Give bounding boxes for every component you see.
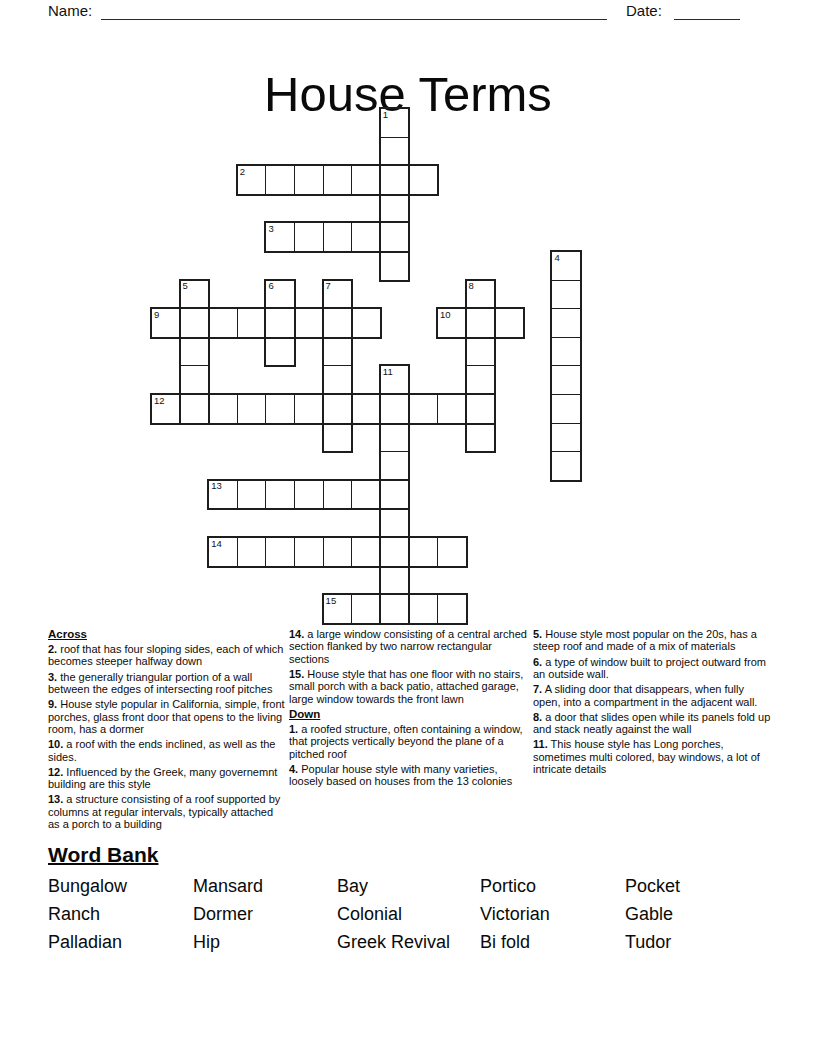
clue-across-3: 3. the generally triangular portion of a…	[48, 671, 286, 696]
clue-column-2: 14. a large window consisting of a centr…	[289, 628, 531, 791]
cell-r12-c8[interactable]	[381, 451, 409, 480]
cell-r10-c6[interactable]	[323, 395, 352, 423]
word-bank-item: Bi fold	[480, 928, 625, 956]
cell-r17-c8[interactable]	[380, 595, 409, 623]
cell-r15-c5[interactable]	[294, 538, 323, 566]
clue-across-2: 2. roof that has four sloping sides, eac…	[48, 643, 286, 668]
clue-down-5: 5. House style most popular on the 20s, …	[533, 628, 771, 653]
cell-r7-c4[interactable]	[265, 309, 294, 337]
clue-across-10: 10. a roof with the ends inclined, as we…	[48, 738, 286, 763]
cell-r5-c14[interactable]: 4	[552, 252, 580, 280]
clue-across-15: 15. House style that has one floor with …	[289, 668, 531, 705]
clue-down-4: 4. Popular house style with many varieti…	[289, 763, 531, 788]
cell-r7-c0[interactable]: 9	[152, 309, 180, 337]
cell-r0-c8[interactable]: 1	[381, 109, 409, 137]
cell-r10-c3[interactable]	[237, 395, 266, 423]
entry-15-across: 15	[322, 593, 468, 625]
clue-number-label: 6.	[533, 656, 542, 668]
clue-number-label: 2.	[48, 643, 57, 655]
clue-down-8: 8. a door that slides open while its pan…	[533, 711, 771, 736]
clue-down-7: 7. A sliding door that disappears, when …	[533, 683, 771, 708]
word-bank-item: Gable	[625, 900, 743, 928]
cell-r2-c8[interactable]	[380, 166, 409, 194]
cell-r13-c6[interactable]	[323, 481, 352, 509]
cell-r7-c7[interactable]	[351, 309, 380, 337]
clue-across-14: 14. a large window consisting of a centr…	[289, 628, 531, 665]
word-bank-item: Hip	[193, 928, 337, 956]
clue-number-3: 3	[268, 224, 273, 234]
cell-r2-c3[interactable]: 2	[238, 166, 266, 194]
cell-r3-c8[interactable]	[381, 194, 409, 223]
cell-r2-c9[interactable]	[408, 166, 437, 194]
clue-across-12: 12. Influenced by the Greek, many govern…	[48, 766, 286, 791]
cell-r17-c10[interactable]	[437, 595, 466, 623]
clue-down-1: 1. a roofed structure, often containing …	[289, 723, 531, 760]
cell-r9-c11[interactable]	[467, 365, 495, 394]
cell-r15-c2[interactable]: 14	[209, 538, 237, 566]
cell-r10-c4[interactable]	[265, 395, 294, 423]
cell-r6-c14[interactable]	[552, 280, 580, 309]
cell-r2-c4[interactable]	[265, 166, 294, 194]
entry-10-across: 10	[436, 307, 525, 339]
cell-r4-c8[interactable]	[380, 223, 409, 251]
cell-r7-c10[interactable]: 10	[438, 309, 466, 337]
clue-down-6: 6. a type of window built to project out…	[533, 656, 771, 681]
cell-r10-c10[interactable]	[437, 395, 466, 423]
clue-number-14: 14	[211, 539, 222, 549]
entry-3-across: 3	[264, 221, 410, 253]
word-bank-item: Greek Revival	[337, 928, 480, 956]
cell-r8-c11[interactable]	[467, 337, 495, 366]
cell-r16-c8[interactable]	[381, 566, 409, 595]
clue-number-label: 12.	[48, 766, 63, 778]
cell-r14-c8[interactable]	[381, 508, 409, 537]
clue-number-label: 14.	[289, 628, 304, 640]
clue-number-label: 10.	[48, 738, 63, 750]
clue-number-2: 2	[240, 167, 245, 177]
cell-r17-c6[interactable]: 15	[324, 595, 352, 623]
cell-r17-c9[interactable]	[408, 595, 437, 623]
cell-r4-c5[interactable]	[294, 223, 323, 251]
cell-r1-c8[interactable]	[381, 137, 409, 166]
entry-12-across: 12	[150, 393, 496, 425]
word-bank-item: Mansard	[193, 872, 337, 900]
clue-number-15: 15	[326, 596, 337, 606]
cell-r11-c11[interactable]	[467, 423, 495, 452]
word-bank-item: Ranch	[48, 900, 193, 928]
cell-r7-c6[interactable]	[323, 309, 352, 337]
clue-number-8: 8	[469, 281, 474, 291]
entry-8-down: 8	[465, 279, 497, 454]
cell-r2-c7[interactable]	[351, 166, 380, 194]
cell-r17-c7[interactable]	[351, 595, 380, 623]
word-bank-item: Bungalow	[48, 872, 193, 900]
clue-number-label: 4.	[289, 763, 298, 775]
word-bank-item: Portico	[480, 872, 625, 900]
cell-r8-c14[interactable]	[552, 337, 580, 366]
cell-r7-c14[interactable]	[552, 308, 580, 337]
cell-r15-c9[interactable]	[408, 538, 437, 566]
clue-number-9: 9	[154, 310, 159, 320]
cell-r9-c8[interactable]: 11	[381, 366, 409, 394]
cell-r7-c12[interactable]	[494, 309, 523, 337]
cell-r13-c4[interactable]	[265, 481, 294, 509]
cell-r13-c8[interactable]	[380, 481, 409, 509]
cell-r10-c14[interactable]	[552, 394, 580, 423]
cell-r5-c8[interactable]	[381, 251, 409, 280]
cell-r15-c8[interactable]	[380, 538, 409, 566]
cell-r2-c6[interactable]	[323, 166, 352, 194]
clue-down-11: 11. This house style has Long porches, s…	[533, 738, 771, 775]
cell-r6-c11[interactable]: 8	[467, 281, 495, 309]
word-bank-item: Colonial	[337, 900, 480, 928]
cell-r2-c5[interactable]	[294, 166, 323, 194]
clue-number-label: 1.	[289, 723, 298, 735]
cell-r15-c7[interactable]	[351, 538, 380, 566]
cell-r13-c2[interactable]: 13	[209, 481, 237, 509]
cell-r15-c4[interactable]	[265, 538, 294, 566]
entry-14-across: 14	[207, 536, 467, 568]
cell-r11-c6[interactable]	[324, 423, 352, 452]
cell-r15-c10[interactable]	[437, 538, 466, 566]
cell-r7-c1[interactable]	[180, 309, 209, 337]
cell-r6-c4[interactable]: 6	[266, 281, 294, 309]
across-heading: Across	[48, 628, 286, 640]
cell-r7-c5[interactable]	[294, 309, 323, 337]
clue-column-1: Across2. roof that has four sloping side…	[48, 628, 286, 833]
cell-r8-c1[interactable]	[181, 337, 209, 366]
entry-2-across: 2	[236, 164, 439, 196]
word-bank-item: Palladian	[48, 928, 193, 956]
cell-r11-c14[interactable]	[552, 423, 580, 452]
cell-r13-c3[interactable]	[237, 481, 266, 509]
cell-r13-c7[interactable]	[351, 481, 380, 509]
clue-column-3: 5. House style most popular on the 20s, …	[533, 628, 771, 778]
cell-r12-c14[interactable]	[552, 451, 580, 480]
cell-r10-c5[interactable]	[294, 395, 323, 423]
word-bank-item: Dormer	[193, 900, 337, 928]
cell-r4-c7[interactable]	[351, 223, 380, 251]
cell-r9-c14[interactable]	[552, 365, 580, 394]
cell-r9-c6[interactable]	[324, 365, 352, 394]
entry-9-across: 9	[150, 307, 382, 339]
cell-r15-c3[interactable]	[237, 538, 266, 566]
cell-r10-c7[interactable]	[351, 395, 380, 423]
cell-r9-c1[interactable]	[181, 365, 209, 394]
clue-across-13: 13. a structure consisting of a roof sup…	[48, 793, 286, 830]
cell-r10-c8[interactable]	[380, 395, 409, 423]
clue-number-label: 8.	[533, 711, 542, 723]
down-heading: Down	[289, 708, 531, 720]
word-bank-item: Bay	[337, 872, 480, 900]
cell-r7-c3[interactable]	[237, 309, 266, 337]
cell-r10-c9[interactable]	[408, 395, 437, 423]
clue-number-label: 5.	[533, 628, 542, 640]
cell-r7-c2[interactable]	[208, 309, 237, 337]
clue-number-label: 15.	[289, 668, 304, 680]
clue-across-9: 9. House style popular in California, si…	[48, 698, 286, 735]
cell-r4-c4[interactable]: 3	[266, 223, 294, 251]
word-bank: BungalowMansardBayPorticoPocketRanchDorm…	[48, 872, 743, 956]
clue-number-4: 4	[554, 253, 559, 263]
clue-number-13: 13	[211, 481, 222, 491]
clue-number-6: 6	[268, 281, 273, 291]
clue-number-11: 11	[383, 367, 393, 377]
cell-r10-c2[interactable]	[208, 395, 237, 423]
cell-r15-c6[interactable]	[323, 538, 352, 566]
entry-7-down: 7	[322, 279, 354, 454]
cell-r8-c6[interactable]	[324, 337, 352, 366]
cell-r7-c11[interactable]	[466, 309, 495, 337]
cell-r10-c1[interactable]	[180, 395, 209, 423]
cell-r6-c6[interactable]: 7	[324, 281, 352, 309]
clue-number-10: 10	[440, 310, 451, 320]
cell-r8-c4[interactable]	[266, 337, 294, 366]
clue-number-label: 3.	[48, 671, 57, 683]
cell-r6-c1[interactable]: 5	[181, 281, 209, 309]
word-bank-heading: Word Bank	[48, 843, 158, 867]
cell-r11-c8[interactable]	[381, 423, 409, 452]
clue-number-7: 7	[326, 281, 331, 291]
cell-r4-c6[interactable]	[323, 223, 352, 251]
entry-13-across: 13	[207, 479, 410, 511]
word-bank-item: Victorian	[480, 900, 625, 928]
entry-4-down: 4	[550, 250, 582, 482]
word-bank-item: Tudor	[625, 928, 743, 956]
word-bank-item: Pocket	[625, 872, 743, 900]
cell-r10-c11[interactable]	[466, 395, 495, 423]
clue-number-5: 5	[183, 281, 188, 291]
crossword-grid: 123456789101112131415	[0, 0, 816, 632]
cell-r10-c0[interactable]: 12	[152, 395, 180, 423]
clue-number-label: 7.	[533, 683, 542, 695]
clue-number-label: 11.	[533, 738, 548, 750]
clue-number-1: 1	[383, 110, 388, 120]
clue-number-12: 12	[154, 396, 165, 406]
clue-number-label: 13.	[48, 793, 63, 805]
cell-r13-c5[interactable]	[294, 481, 323, 509]
clue-number-label: 9.	[48, 698, 57, 710]
